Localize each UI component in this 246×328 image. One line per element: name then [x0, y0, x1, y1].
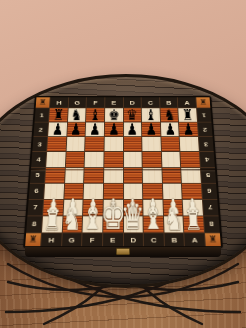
black-pawn[interactable]: ♟	[70, 122, 82, 138]
board-fold-seam	[31, 169, 215, 171]
rank-label-right-4: 4	[200, 152, 215, 167]
square-D4[interactable]	[123, 152, 141, 167]
square-B8[interactable]: ♞	[164, 216, 184, 232]
white-rook[interactable]: ♜	[184, 207, 203, 234]
black-pawn[interactable]: ♟	[108, 122, 119, 138]
square-G8[interactable]: ♞	[62, 216, 82, 232]
square-F2[interactable]: ♟	[86, 123, 104, 137]
rank-label-left-3: 3	[32, 137, 47, 151]
square-D3[interactable]	[123, 137, 141, 151]
product-photo-chess-set: ♜HGFEDCBA♜1♜♞♝♚♛♝♞♜12♟♟♟♟♟♟♟♟2334455667♟…	[0, 0, 246, 328]
square-G4[interactable]	[65, 152, 84, 167]
square-F3[interactable]	[85, 137, 103, 151]
square-D8[interactable]: ♛	[123, 216, 142, 232]
rank-label-right-2: 2	[198, 123, 213, 137]
black-pawn[interactable]: ♟	[183, 122, 195, 138]
brass-clasp	[116, 248, 130, 255]
rank-label-left-2: 2	[33, 123, 48, 137]
rank-label-left-4: 4	[31, 152, 46, 167]
square-E8[interactable]: ♚	[103, 216, 122, 232]
square-G3[interactable]	[66, 137, 85, 151]
corner-rook-emblem-icon: ♜	[196, 97, 210, 107]
square-C3[interactable]	[142, 137, 160, 151]
corner-rook-emblem-icon: ♜	[36, 97, 50, 107]
square-E2[interactable]: ♟	[105, 123, 123, 137]
black-pawn[interactable]: ♟	[51, 122, 63, 138]
rank-label-left-8: 8	[26, 216, 42, 232]
rank-label-left-7: 7	[27, 200, 43, 216]
rank-label-right-3: 3	[199, 137, 214, 151]
white-bishop[interactable]: ♝	[143, 203, 165, 235]
square-C8[interactable]: ♝	[144, 216, 164, 232]
square-B4[interactable]	[162, 152, 181, 167]
square-E4[interactable]	[104, 152, 122, 167]
rank-label-right-1: 1	[197, 108, 211, 122]
square-H2[interactable]: ♟	[48, 123, 67, 137]
square-F4[interactable]	[85, 152, 104, 167]
black-pawn[interactable]: ♟	[145, 122, 156, 138]
square-G2[interactable]: ♟	[67, 123, 85, 137]
square-A4[interactable]	[181, 152, 200, 167]
rank-label-right-6: 6	[202, 183, 217, 198]
corner-rook-emblem-icon: ♜	[205, 233, 221, 246]
rank-label-right-7: 7	[203, 200, 219, 216]
square-A3[interactable]	[180, 137, 199, 151]
black-pawn[interactable]: ♟	[164, 122, 176, 138]
white-knight[interactable]: ♞	[62, 205, 83, 235]
square-E3[interactable]	[104, 137, 122, 151]
white-knight[interactable]: ♞	[163, 205, 184, 235]
black-pawn[interactable]: ♟	[89, 122, 100, 138]
rank-label-left-6: 6	[29, 183, 44, 198]
square-C4[interactable]	[143, 152, 162, 167]
square-D2[interactable]: ♟	[123, 123, 141, 137]
square-C2[interactable]: ♟	[142, 123, 160, 137]
rank-label-left-1: 1	[35, 108, 49, 122]
square-H8[interactable]: ♜	[42, 216, 62, 232]
corner-rook-emblem-icon: ♜	[25, 233, 41, 246]
board-front-edge	[25, 247, 221, 257]
black-pawn[interactable]: ♟	[127, 122, 138, 138]
rank-label-right-8: 8	[204, 216, 220, 232]
board-grid: ♜HGFEDCBA♜1♜♞♝♚♛♝♞♜12♟♟♟♟♟♟♟♟2334455667♟…	[25, 97, 221, 246]
square-B3[interactable]	[161, 137, 180, 151]
square-A8[interactable]: ♜	[184, 216, 204, 232]
square-A2[interactable]: ♟	[179, 123, 198, 137]
square-H3[interactable]	[47, 137, 66, 151]
square-B2[interactable]: ♟	[161, 123, 179, 137]
chess-board: ♜HGFEDCBA♜1♜♞♝♚♛♝♞♜12♟♟♟♟♟♟♟♟2334455667♟…	[23, 96, 223, 248]
white-rook[interactable]: ♜	[43, 207, 62, 234]
square-H4[interactable]	[46, 152, 65, 167]
